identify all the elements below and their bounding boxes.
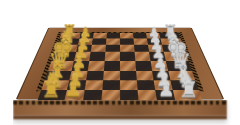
square-c3	[86, 71, 104, 80]
square-d6	[135, 61, 152, 71]
square-b3	[84, 80, 103, 90]
rope-border: ♜♟♟♜♞♟♟♞♝♟♟♝♚♟♟♚♛♟♟♛♝♟♟♝♞♟♟♞♜♟♟♜	[36, 32, 204, 91]
square-b4	[102, 80, 120, 90]
board-frame: ♜♟♟♜♞♟♟♞♝♟♟♝♚♟♟♚♛♟♟♛♝♟♟♝♞♟♟♞♜♟♟♜	[16, 28, 225, 100]
board-grid: ♜♟♟♜♞♟♟♞♝♟♟♝♚♟♟♚♛♟♟♛♝♟♟♝♞♟♟♞♜♟♟♜	[42, 33, 199, 89]
square-c4	[103, 71, 120, 80]
square-d5	[120, 61, 136, 71]
square-e5	[120, 52, 136, 61]
square-d4	[104, 61, 120, 71]
square-e6	[135, 52, 151, 61]
square-a1: ♜	[38, 90, 67, 100]
square-a7: ♟	[156, 90, 176, 100]
square-f5	[120, 45, 135, 52]
box-front-face	[13, 100, 226, 120]
silver-pawn-a7: ♟	[158, 83, 174, 100]
square-a2: ♟	[64, 90, 84, 100]
chess-board-3d: ♜♟♟♜♞♟♟♞♝♟♟♝♚♟♟♚♛♟♟♛♝♟♟♝♞♟♟♞♜♟♟♜	[16, 28, 225, 100]
square-f6	[134, 45, 149, 52]
square-a6	[138, 90, 157, 100]
square-e3	[89, 52, 105, 61]
square-d3	[87, 61, 104, 71]
square-b6	[137, 80, 156, 90]
square-f4	[105, 45, 120, 52]
gold-pawn-a2: ♟	[65, 83, 81, 100]
chess-set-photo: ♜♟♟♜♞♟♟♞♝♟♟♝♚♟♟♚♛♟♟♛♝♟♟♝♞♟♟♞♜♟♟♜	[0, 0, 240, 125]
square-e4	[104, 52, 119, 61]
square-b5	[120, 80, 138, 90]
square-c5	[120, 71, 137, 80]
square-f3	[90, 45, 105, 52]
gold-rook-a1: ♜	[41, 80, 61, 100]
square-a8: ♜	[173, 90, 202, 100]
square-a4	[101, 90, 120, 100]
silver-rook-a8: ♜	[179, 80, 199, 100]
square-a5	[120, 90, 139, 100]
square-c6	[136, 71, 154, 80]
square-a3	[83, 90, 102, 100]
